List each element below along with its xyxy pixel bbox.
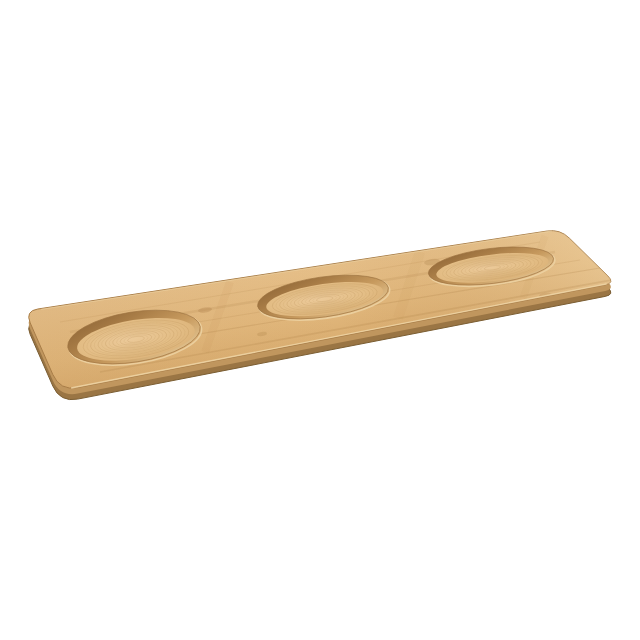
product-photo-stage xyxy=(0,0,640,640)
bamboo-tray-illustration xyxy=(0,0,640,640)
